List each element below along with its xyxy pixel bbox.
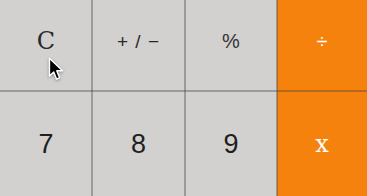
calculator-keypad-screen: C + / − % ÷ 7 8 9 x: [0, 0, 367, 196]
multiply-button-label: x: [315, 132, 329, 156]
clear-button-label: C: [37, 29, 55, 53]
plus-minus-button[interactable]: + / −: [92, 0, 185, 92]
digit-7-button-label: 7: [38, 131, 53, 158]
clear-button[interactable]: C: [0, 0, 92, 92]
percent-button[interactable]: %: [185, 0, 277, 92]
digit-7-button[interactable]: 7: [0, 92, 92, 196]
multiply-button[interactable]: x: [277, 92, 367, 196]
plus-minus-button-label: + / −: [117, 32, 160, 51]
digit-8-button[interactable]: 8: [92, 92, 185, 196]
percent-button-label: %: [222, 31, 240, 51]
digit-8-button-label: 8: [131, 131, 146, 158]
divide-button[interactable]: ÷: [277, 0, 367, 92]
digit-9-button-label: 9: [223, 131, 238, 158]
digit-9-button[interactable]: 9: [185, 92, 277, 196]
divide-button-label: ÷: [317, 31, 328, 51]
calculator-keypad: C + / − % ÷ 7 8 9 x: [0, 0, 367, 196]
